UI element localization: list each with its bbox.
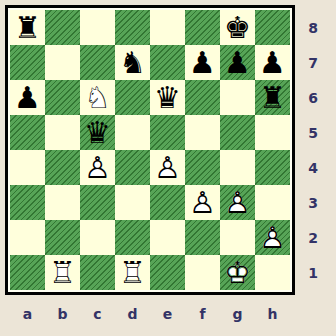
square-f8[interactable] — [185, 10, 220, 45]
white-knight[interactable]: ♘ — [80, 80, 115, 115]
square-d4[interactable] — [115, 150, 150, 185]
file-label-g: g — [220, 299, 255, 329]
square-a7[interactable] — [10, 45, 45, 80]
square-b3[interactable] — [45, 185, 80, 220]
square-f5[interactable] — [185, 115, 220, 150]
square-h4[interactable] — [255, 150, 290, 185]
white-king[interactable]: ♔ — [220, 255, 255, 290]
square-a6[interactable]: ♟ — [10, 80, 45, 115]
rank-label-7: 7 — [297, 45, 329, 80]
square-e6[interactable]: ♛ — [150, 80, 185, 115]
square-g3[interactable]: ♟♙ — [220, 185, 255, 220]
square-b7[interactable] — [45, 45, 80, 80]
square-h6[interactable]: ♜ — [255, 80, 290, 115]
square-f6[interactable] — [185, 80, 220, 115]
square-e2[interactable] — [150, 220, 185, 255]
square-h1[interactable] — [255, 255, 290, 290]
file-label-c: c — [80, 299, 115, 329]
black-queen[interactable]: ♛ — [150, 80, 185, 115]
square-b2[interactable] — [45, 220, 80, 255]
square-e3[interactable] — [150, 185, 185, 220]
white-pawn[interactable]: ♙ — [255, 220, 290, 255]
white-rook[interactable]: ♖ — [115, 255, 150, 290]
square-g1[interactable]: ♚♔ — [220, 255, 255, 290]
file-label-h: h — [255, 299, 290, 329]
square-b5[interactable] — [45, 115, 80, 150]
white-pawn[interactable]: ♙ — [220, 185, 255, 220]
square-e5[interactable] — [150, 115, 185, 150]
black-pawn[interactable]: ♟ — [255, 45, 290, 80]
black-pawn[interactable]: ♟ — [220, 45, 255, 80]
square-a3[interactable] — [10, 185, 45, 220]
square-h8[interactable] — [255, 10, 290, 45]
square-f4[interactable] — [185, 150, 220, 185]
square-b4[interactable] — [45, 150, 80, 185]
black-pawn[interactable]: ♟ — [185, 45, 220, 80]
square-b6[interactable] — [45, 80, 80, 115]
rank-label-5: 5 — [297, 115, 329, 150]
rank-label-2: 2 — [297, 220, 329, 255]
square-d7[interactable]: ♞ — [115, 45, 150, 80]
square-a1[interactable] — [10, 255, 45, 290]
square-e7[interactable] — [150, 45, 185, 80]
black-king[interactable]: ♚ — [220, 10, 255, 45]
black-queen[interactable]: ♛ — [80, 115, 115, 150]
square-g8[interactable]: ♚ — [220, 10, 255, 45]
square-d3[interactable] — [115, 185, 150, 220]
rank-label-6: 6 — [297, 80, 329, 115]
square-c1[interactable] — [80, 255, 115, 290]
white-pawn[interactable]: ♙ — [185, 185, 220, 220]
square-g7[interactable]: ♟ — [220, 45, 255, 80]
rank-label-8: 8 — [297, 10, 329, 45]
white-pawn[interactable]: ♙ — [150, 150, 185, 185]
white-rook[interactable]: ♖ — [45, 255, 80, 290]
black-pawn[interactable]: ♟ — [10, 80, 45, 115]
square-c4[interactable]: ♟♙ — [80, 150, 115, 185]
chess-board-frame: ♜♚♞♟♟♟♟♞♘♛♜♛♟♙♟♙♟♙♟♙♟♙♜♖♜♖♚♔ — [5, 5, 295, 295]
rank-label-1: 1 — [297, 255, 329, 290]
file-label-d: d — [115, 299, 150, 329]
square-a2[interactable] — [10, 220, 45, 255]
rank-label-4: 4 — [297, 150, 329, 185]
chess-diagram: ♜♚♞♟♟♟♟♞♘♛♜♛♟♙♟♙♟♙♟♙♟♙♜♖♜♖♚♔ abcdefgh 87… — [0, 0, 336, 336]
file-coordinates: abcdefgh — [10, 299, 290, 329]
square-f3[interactable]: ♟♙ — [185, 185, 220, 220]
file-label-f: f — [185, 299, 220, 329]
square-h3[interactable] — [255, 185, 290, 220]
square-c8[interactable] — [80, 10, 115, 45]
square-c7[interactable] — [80, 45, 115, 80]
file-label-e: e — [150, 299, 185, 329]
square-g4[interactable] — [220, 150, 255, 185]
chess-board[interactable]: ♜♚♞♟♟♟♟♞♘♛♜♛♟♙♟♙♟♙♟♙♟♙♜♖♜♖♚♔ — [10, 10, 290, 290]
square-c6[interactable]: ♞♘ — [80, 80, 115, 115]
square-e8[interactable] — [150, 10, 185, 45]
square-h7[interactable]: ♟ — [255, 45, 290, 80]
square-a8[interactable]: ♜ — [10, 10, 45, 45]
square-g5[interactable] — [220, 115, 255, 150]
square-b8[interactable] — [45, 10, 80, 45]
square-c3[interactable] — [80, 185, 115, 220]
square-f7[interactable]: ♟ — [185, 45, 220, 80]
square-h2[interactable]: ♟♙ — [255, 220, 290, 255]
square-f2[interactable] — [185, 220, 220, 255]
square-f1[interactable] — [185, 255, 220, 290]
square-d8[interactable] — [115, 10, 150, 45]
square-d1[interactable]: ♜♖ — [115, 255, 150, 290]
file-label-b: b — [45, 299, 80, 329]
square-g6[interactable] — [220, 80, 255, 115]
square-d6[interactable] — [115, 80, 150, 115]
square-g2[interactable] — [220, 220, 255, 255]
rank-coordinates: 87654321 — [297, 10, 329, 290]
white-pawn[interactable]: ♙ — [80, 150, 115, 185]
file-label-a: a — [10, 299, 45, 329]
black-rook[interactable]: ♜ — [255, 80, 290, 115]
square-a4[interactable] — [10, 150, 45, 185]
rank-label-3: 3 — [297, 185, 329, 220]
square-h5[interactable] — [255, 115, 290, 150]
black-rook[interactable]: ♜ — [10, 10, 45, 45]
square-a5[interactable] — [10, 115, 45, 150]
square-b1[interactable]: ♜♖ — [45, 255, 80, 290]
square-e4[interactable]: ♟♙ — [150, 150, 185, 185]
black-knight[interactable]: ♞ — [115, 45, 150, 80]
square-d5[interactable] — [115, 115, 150, 150]
square-c5[interactable]: ♛ — [80, 115, 115, 150]
square-d2[interactable] — [115, 220, 150, 255]
square-e1[interactable] — [150, 255, 185, 290]
square-c2[interactable] — [80, 220, 115, 255]
